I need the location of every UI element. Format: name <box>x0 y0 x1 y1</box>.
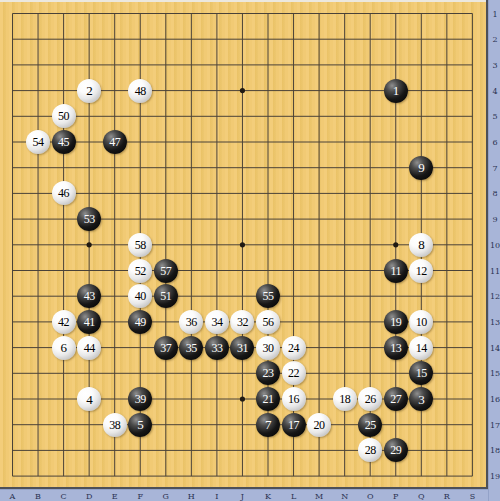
stone-48-white: 48 <box>128 79 152 103</box>
move-number: 1 <box>393 84 399 97</box>
stone-15-black: 15 <box>409 361 433 385</box>
col-label-D: D <box>86 492 92 501</box>
move-number: 18 <box>339 393 350 405</box>
stone-38-white: 38 <box>103 413 127 437</box>
move-number: 52 <box>135 265 146 277</box>
col-label-G: G <box>163 492 169 501</box>
col-label-R: R <box>444 492 450 501</box>
stone-47-black: 47 <box>103 130 127 154</box>
star-point <box>240 396 245 401</box>
move-number: 31 <box>237 342 248 354</box>
move-number: 19 <box>390 316 401 328</box>
stone-2-white: 2 <box>77 79 101 103</box>
row-label-1: 1 <box>492 9 497 18</box>
stone-32-white: 32 <box>230 310 254 334</box>
move-number: 55 <box>263 290 274 302</box>
stone-1-black: 1 <box>384 79 408 103</box>
move-number: 12 <box>416 265 427 277</box>
row-label-11: 11 <box>490 266 500 275</box>
move-number: 43 <box>84 290 95 302</box>
row-label-15: 15 <box>490 369 500 378</box>
col-label-I: I <box>215 492 218 501</box>
row-coordinates-strip: 12345678910111213141516171819 <box>488 0 500 501</box>
stone-8-white: 8 <box>409 233 433 257</box>
stone-46-white: 46 <box>52 181 76 205</box>
stone-12-white: 12 <box>409 259 433 283</box>
move-number: 34 <box>211 316 222 328</box>
col-label-H: H <box>188 492 195 501</box>
stone-20-white: 20 <box>307 413 331 437</box>
move-number: 37 <box>160 342 171 354</box>
move-number: 45 <box>58 136 69 148</box>
stone-9-black: 9 <box>409 156 433 180</box>
move-number: 53 <box>84 213 95 225</box>
move-number: 14 <box>416 342 427 354</box>
stone-57-black: 57 <box>154 259 178 283</box>
move-number: 10 <box>416 316 427 328</box>
col-label-B: B <box>35 492 41 501</box>
stone-29-black: 29 <box>384 438 408 462</box>
stone-5-black: 5 <box>128 413 152 437</box>
move-number: 24 <box>288 342 299 354</box>
col-label-K: K <box>265 492 271 501</box>
col-label-F: F <box>137 492 143 501</box>
stone-58-white: 58 <box>128 233 152 257</box>
move-number: 16 <box>288 393 299 405</box>
move-number: 5 <box>137 418 143 431</box>
stone-7-black: 7 <box>256 413 280 437</box>
move-number: 44 <box>84 342 95 354</box>
stone-44-white: 44 <box>77 336 101 360</box>
move-number: 15 <box>416 367 427 379</box>
stone-36-white: 36 <box>179 310 203 334</box>
move-number: 30 <box>263 342 274 354</box>
row-label-8: 8 <box>492 189 497 198</box>
stone-37-black: 37 <box>154 336 178 360</box>
row-label-10: 10 <box>490 240 500 249</box>
stone-10-white: 10 <box>409 310 433 334</box>
move-number: 56 <box>263 316 274 328</box>
move-number: 35 <box>186 342 197 354</box>
stone-14-white: 14 <box>409 336 433 360</box>
move-number: 8 <box>418 238 424 251</box>
row-label-13: 13 <box>490 317 500 326</box>
stone-39-black: 39 <box>128 387 152 411</box>
move-number: 49 <box>135 316 146 328</box>
stone-6-white: 6 <box>52 336 76 360</box>
move-number: 51 <box>160 290 171 302</box>
stone-31-black: 31 <box>230 336 254 360</box>
row-label-2: 2 <box>492 35 497 44</box>
stone-54-white: 54 <box>26 130 50 154</box>
top-edge-highlight <box>0 0 486 2</box>
move-number: 27 <box>390 393 401 405</box>
row-label-4: 4 <box>492 86 497 95</box>
move-number: 3 <box>418 393 424 406</box>
move-number: 54 <box>33 136 44 148</box>
move-number: 50 <box>58 110 69 122</box>
stone-21-black: 21 <box>256 387 280 411</box>
move-number: 57 <box>160 265 171 277</box>
move-number: 11 <box>390 265 401 277</box>
move-number: 58 <box>135 239 146 251</box>
stone-27-black: 27 <box>384 387 408 411</box>
move-number: 41 <box>84 316 95 328</box>
move-number: 22 <box>288 367 299 379</box>
stone-13-black: 13 <box>384 336 408 360</box>
col-label-E: E <box>112 492 118 501</box>
stone-17-black: 17 <box>282 413 306 437</box>
stone-18-white: 18 <box>333 387 357 411</box>
move-number: 20 <box>314 419 325 431</box>
column-coordinates-strip: ABCDEFGHIJKLMNOPQRS <box>0 489 488 501</box>
col-label-S: S <box>470 492 475 501</box>
star-point <box>393 242 398 247</box>
stone-22-white: 22 <box>282 361 306 385</box>
move-number: 38 <box>109 419 120 431</box>
col-label-A: A <box>10 492 16 501</box>
row-label-16: 16 <box>490 395 500 404</box>
stone-43-black: 43 <box>77 284 101 308</box>
stone-56-white: 56 <box>256 310 280 334</box>
col-label-C: C <box>61 492 67 501</box>
move-number: 13 <box>390 342 401 354</box>
stone-51-black: 51 <box>154 284 178 308</box>
stone-4-white: 4 <box>77 387 101 411</box>
stone-50-white: 50 <box>52 104 76 128</box>
move-number: 4 <box>86 393 92 406</box>
move-number: 32 <box>237 316 248 328</box>
move-number: 40 <box>135 290 146 302</box>
move-number: 17 <box>288 419 299 431</box>
row-label-14: 14 <box>490 343 500 352</box>
move-number: 26 <box>365 393 376 405</box>
row-label-18: 18 <box>490 446 500 455</box>
row-label-6: 6 <box>492 138 497 147</box>
move-number: 9 <box>418 161 424 174</box>
stone-55-black: 55 <box>256 284 280 308</box>
move-number: 23 <box>263 367 274 379</box>
move-number: 39 <box>135 393 146 405</box>
move-number: 6 <box>61 341 67 354</box>
row-label-12: 12 <box>490 292 500 301</box>
stone-23-black: 23 <box>256 361 280 385</box>
stone-34-white: 34 <box>205 310 229 334</box>
stone-24-white: 24 <box>282 336 306 360</box>
stone-28-white: 28 <box>358 438 382 462</box>
move-number: 33 <box>211 342 222 354</box>
col-label-J: J <box>241 492 244 501</box>
col-label-O: O <box>367 492 374 501</box>
col-label-L: L <box>291 492 296 501</box>
move-number: 2 <box>86 84 92 97</box>
stone-49-black: 49 <box>128 310 152 334</box>
star-point <box>240 242 245 247</box>
move-number: 29 <box>390 444 401 456</box>
star-point <box>87 242 92 247</box>
move-number: 7 <box>265 418 271 431</box>
row-label-9: 9 <box>492 215 497 224</box>
col-label-N: N <box>341 492 348 501</box>
stone-53-black: 53 <box>77 207 101 231</box>
move-number: 42 <box>58 316 69 328</box>
stone-52-white: 52 <box>128 259 152 283</box>
stone-26-white: 26 <box>358 387 382 411</box>
stone-33-black: 33 <box>205 336 229 360</box>
col-label-Q: Q <box>418 492 425 501</box>
stone-40-white: 40 <box>128 284 152 308</box>
stone-35-black: 35 <box>179 336 203 360</box>
stone-41-black: 41 <box>77 310 101 334</box>
row-label-19: 19 <box>490 472 500 481</box>
move-number: 48 <box>135 85 146 97</box>
stone-45-black: 45 <box>52 130 76 154</box>
move-number: 21 <box>263 393 274 405</box>
row-label-5: 5 <box>492 112 497 121</box>
col-label-M: M <box>315 492 323 501</box>
move-number: 28 <box>365 444 376 456</box>
stone-25-black: 25 <box>358 413 382 437</box>
move-number: 47 <box>109 136 120 148</box>
stone-42-white: 42 <box>52 310 76 334</box>
move-number: 36 <box>186 316 197 328</box>
row-label-17: 17 <box>490 420 500 429</box>
stone-3-black: 3 <box>409 387 433 411</box>
stone-11-black: 11 <box>384 259 408 283</box>
stone-19-black: 19 <box>384 310 408 334</box>
col-label-P: P <box>393 492 398 501</box>
row-label-7: 7 <box>492 163 497 172</box>
move-number: 46 <box>58 187 69 199</box>
stone-16-white: 16 <box>282 387 306 411</box>
move-number: 25 <box>365 419 376 431</box>
star-point <box>240 88 245 93</box>
go-diagram: 12345678910111213141516171819 ABCDEFGHIJ… <box>0 0 500 501</box>
row-label-3: 3 <box>492 60 497 69</box>
stone-30-white: 30 <box>256 336 280 360</box>
